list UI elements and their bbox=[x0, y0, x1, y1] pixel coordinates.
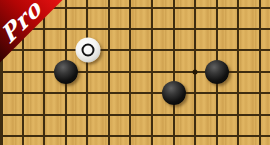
go-app-screen: Pro bbox=[0, 0, 270, 145]
last-move-marker-icon bbox=[81, 44, 94, 57]
black-stone bbox=[162, 81, 186, 105]
star-point bbox=[193, 69, 198, 74]
white-stone bbox=[75, 38, 100, 63]
black-stone bbox=[54, 60, 78, 84]
black-stone bbox=[205, 60, 229, 84]
